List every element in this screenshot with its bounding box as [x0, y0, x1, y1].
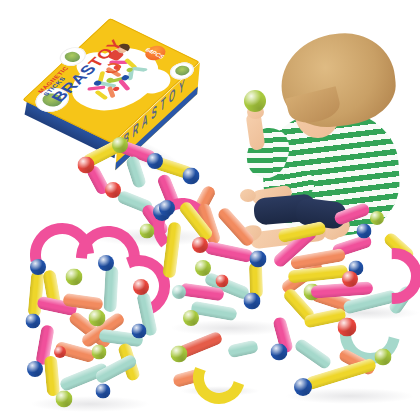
tower-blue-ball — [132, 324, 147, 339]
tower-yellow-stick — [28, 271, 45, 318]
box-art-stick — [118, 79, 131, 91]
lattice-blue-ball — [147, 153, 163, 169]
tower-red-ball — [54, 346, 66, 358]
pyramid-red-ball — [192, 237, 208, 253]
pile-blue-ball — [357, 224, 372, 239]
tower-red-ball — [133, 279, 149, 295]
pyramid-green-ball — [195, 260, 211, 276]
box-pcs-badge-text: 64PCS — [144, 47, 166, 60]
tower-yellow-stick — [44, 356, 60, 397]
tower-green-ball — [56, 391, 73, 408]
lattice-green-ball — [140, 224, 155, 239]
pile-red-ball — [342, 271, 358, 287]
pyramid-blue-ball — [159, 200, 175, 216]
tower-blue-ball — [96, 384, 111, 399]
pyramid-blue-ball — [244, 293, 261, 310]
pyramid-blue-ball — [250, 251, 267, 268]
tower-teal-stick — [103, 266, 118, 313]
tower-green-ball — [66, 269, 83, 286]
arch-blue-ball — [294, 378, 312, 396]
pyramid-teal-ball — [172, 285, 186, 299]
tower-shadow — [30, 396, 150, 412]
child-left-hand — [240, 189, 256, 202]
held-green-ball — [244, 90, 266, 112]
loose-green-ball — [171, 346, 188, 363]
lattice-blue-ball — [183, 168, 200, 185]
lattice-red-ball — [105, 182, 121, 198]
box-art-stick — [94, 90, 108, 100]
tower-blue-ball — [27, 361, 43, 377]
arch-green-ball — [375, 349, 392, 366]
tower-blue-ball — [98, 255, 114, 271]
tower-blue-ball — [30, 259, 46, 275]
lattice-green-ball — [112, 137, 128, 153]
tower-green-ball — [89, 310, 106, 327]
loose-teal-stick — [227, 340, 259, 359]
pyramid-green-ball — [183, 310, 199, 326]
arch-teal-stick — [293, 337, 333, 371]
arch-blue-ball — [271, 344, 288, 361]
tower-blue-ball — [26, 314, 41, 329]
tower-green-ball — [92, 345, 107, 360]
lattice-red-ball — [78, 157, 95, 174]
pile-green-ball — [370, 211, 384, 225]
product-photo: BRASTOY 64PCS MAGNETIC STICKS BRASTOY — [0, 0, 420, 420]
arch-red-ball — [338, 318, 357, 337]
pyramid-red-ball — [216, 275, 229, 288]
